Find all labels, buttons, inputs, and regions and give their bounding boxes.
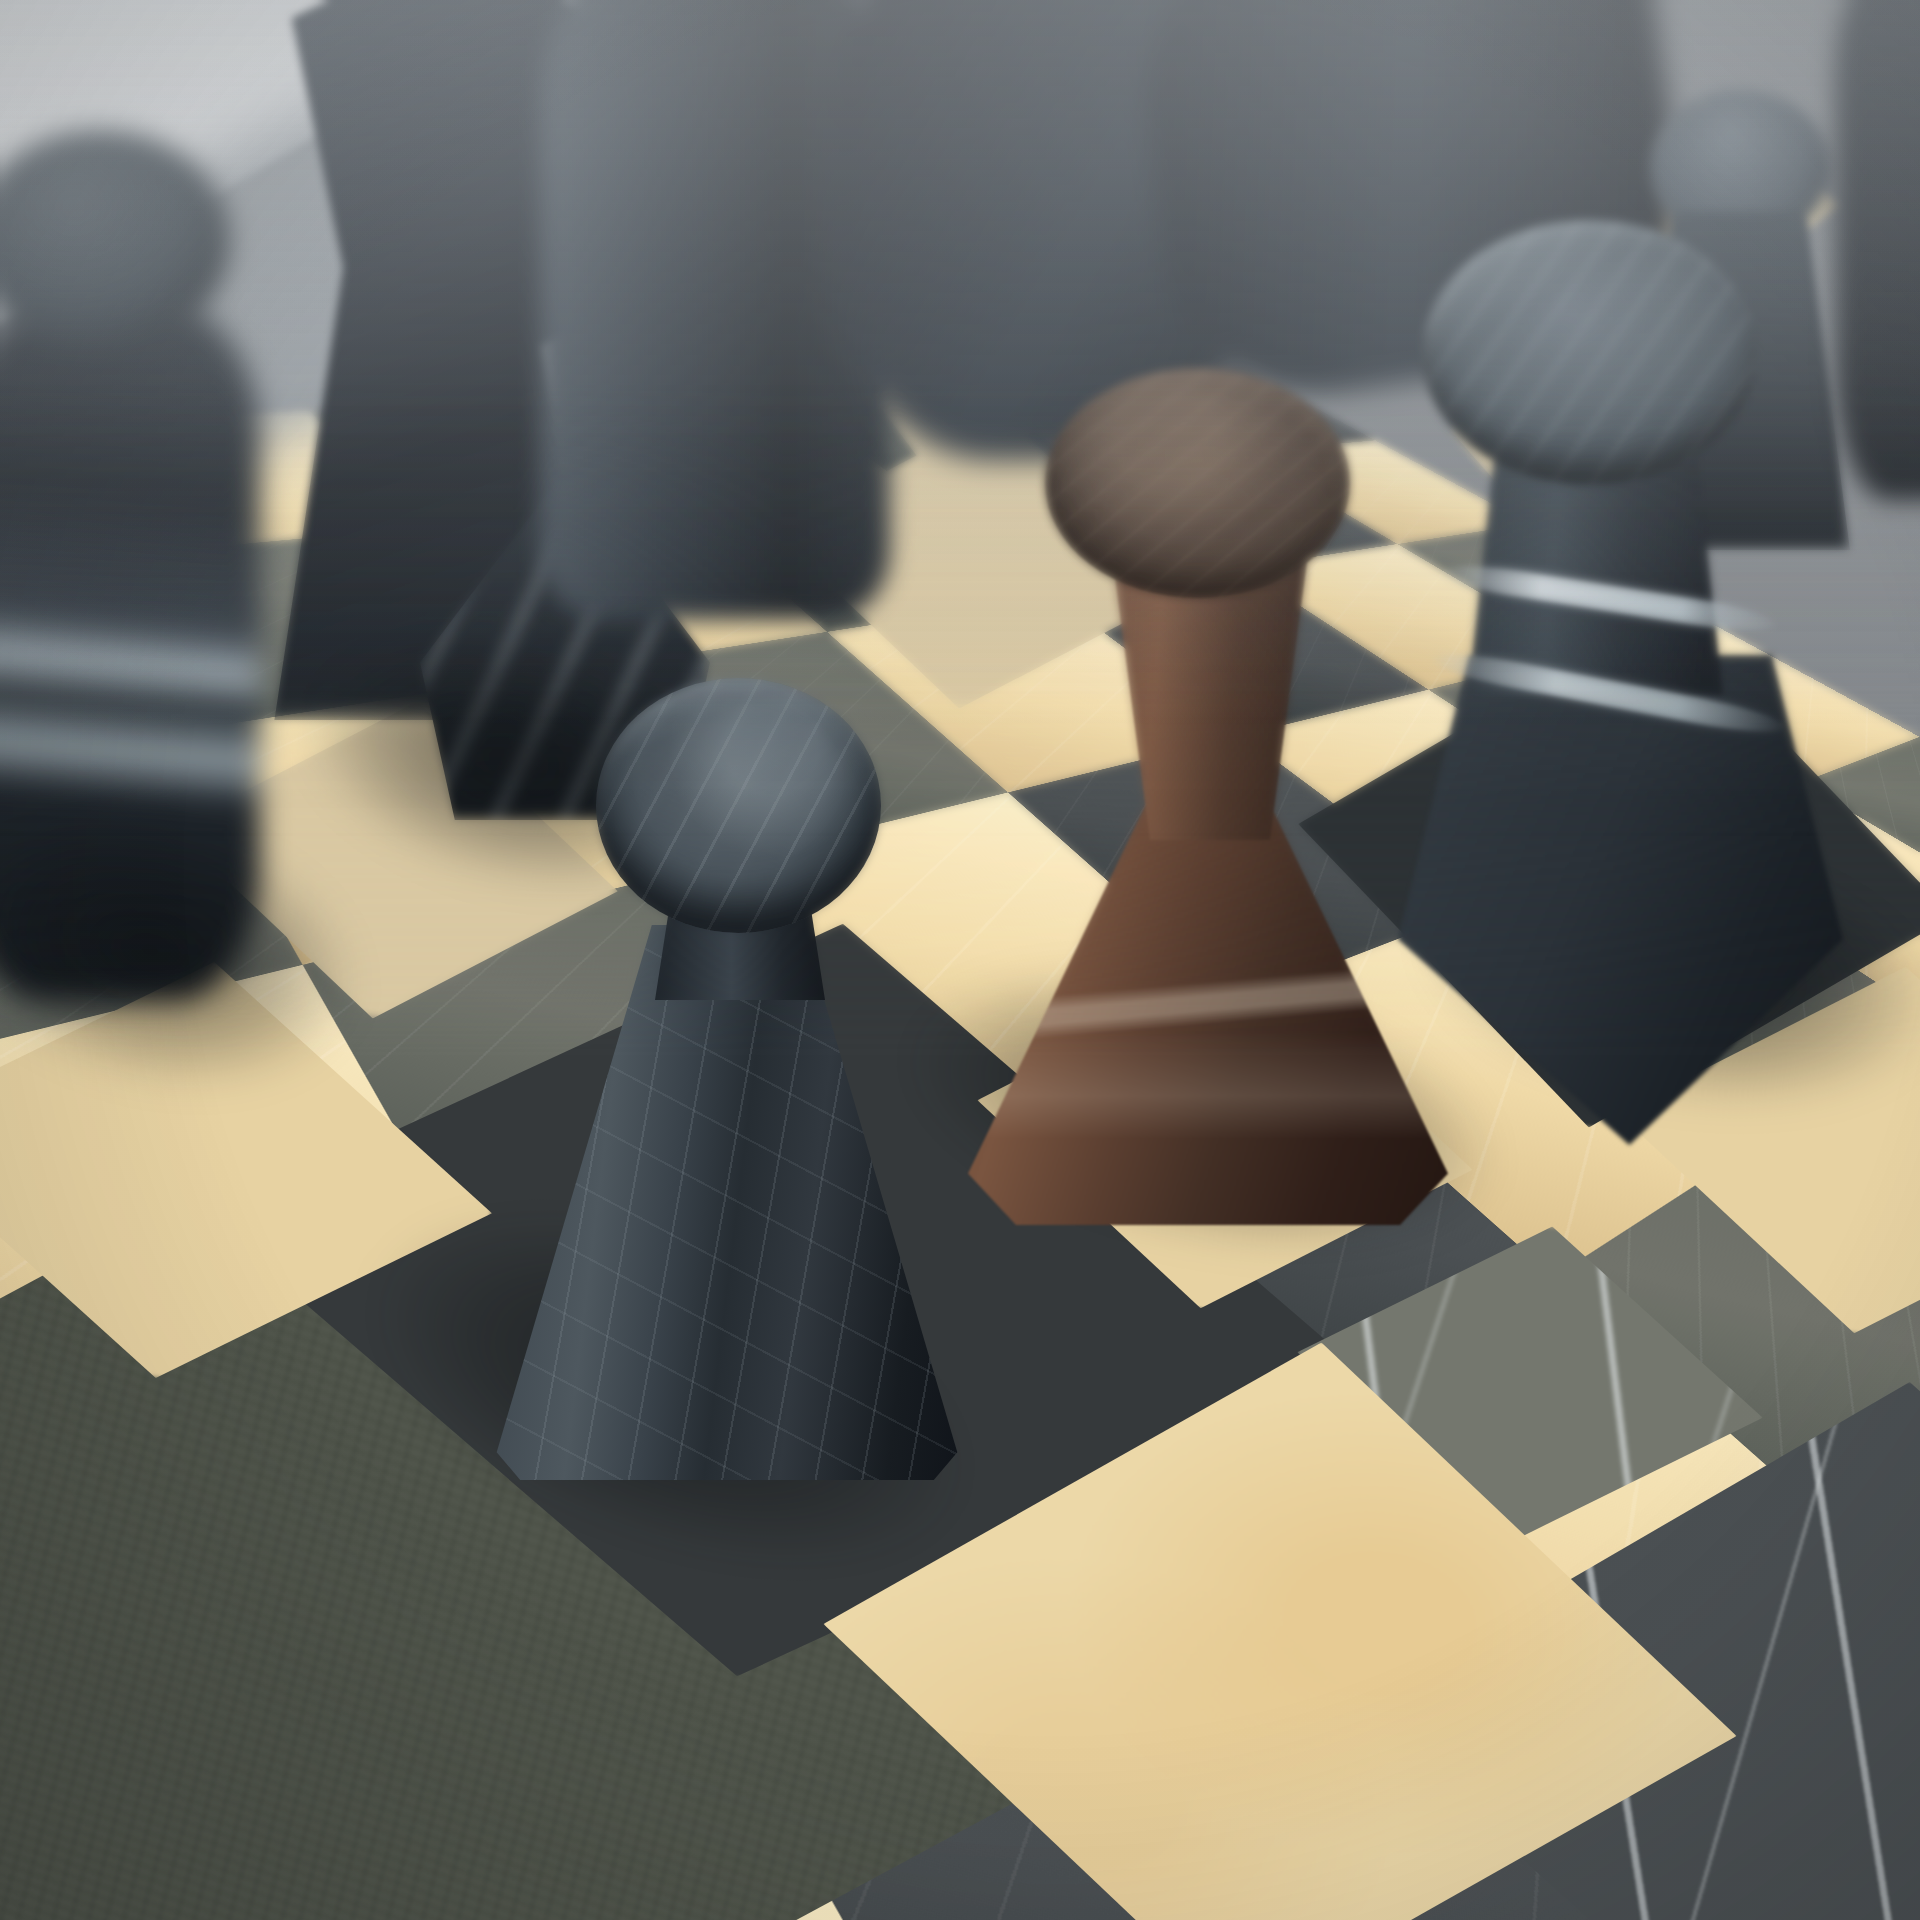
board-square xyxy=(310,399,683,528)
board-square xyxy=(487,1121,1240,1786)
board-square xyxy=(0,965,487,1550)
black-pawn-foreground: ♟ xyxy=(0,0,1920,1920)
board-square xyxy=(171,676,706,965)
board-square xyxy=(1475,839,1920,1133)
black-rook-far-left-body xyxy=(0,300,260,1000)
board-square xyxy=(541,632,1008,866)
shadow-rook-base xyxy=(0,770,386,1130)
black-bishop-back-row xyxy=(540,0,890,620)
board-square xyxy=(683,483,1056,631)
board-square xyxy=(956,374,1242,467)
board-square xyxy=(0,1786,1238,1920)
black-major-pieces-mass-2 xyxy=(1118,0,1703,414)
depth-of-field-haze-soft xyxy=(0,0,1920,1920)
board-square xyxy=(0,1292,767,1920)
board-square xyxy=(1428,652,1801,838)
board-square xyxy=(706,792,1241,1120)
board-square xyxy=(1313,1328,1920,1920)
shadow-brown-pawn xyxy=(880,920,1521,1299)
black-knight-back-row xyxy=(240,0,670,720)
black-pawn-veined: ♟ xyxy=(0,0,1920,1920)
shadow-veined-pawn xyxy=(1401,797,1920,1143)
black-pawn-veined-p-disc-vein xyxy=(1422,220,1757,485)
black-pawn-foreground-p-body-dark xyxy=(492,925,962,1480)
board-square xyxy=(1554,1133,1920,1667)
black-pawn-foreground-p-disc-dark xyxy=(596,678,881,933)
board-square xyxy=(1110,368,1376,452)
board-square xyxy=(1241,909,1776,1277)
black-pawn-far-right-body xyxy=(1630,210,1850,550)
board-square xyxy=(1397,524,1707,653)
shadow-foreground-pawn xyxy=(327,1143,1012,1637)
board-square xyxy=(1240,1277,1920,1920)
background-wall xyxy=(0,0,670,380)
board-square xyxy=(777,381,1087,483)
board-square xyxy=(412,504,827,676)
board-grid xyxy=(0,0,1920,1533)
board-square xyxy=(0,733,303,1104)
board-square xyxy=(1581,621,1920,782)
black-pawn-veined-p-body-vein xyxy=(1468,415,1723,695)
board-square xyxy=(0,0,1920,1920)
board-square xyxy=(827,597,1242,793)
brown-pawn-p-cone-brown xyxy=(1085,540,1335,840)
board-square xyxy=(0,411,412,560)
board-square xyxy=(0,919,521,1421)
board-square xyxy=(1776,1025,1920,1432)
board-square xyxy=(751,382,1209,738)
board-square xyxy=(0,425,73,599)
board-square xyxy=(1801,737,1920,942)
brown-pawn-p-base-brown xyxy=(968,795,1448,1225)
board-square xyxy=(73,528,540,732)
black-major-pieces-mass-1 xyxy=(830,0,1260,460)
piece-shadows xyxy=(0,0,1920,1920)
board-edge-blur xyxy=(0,0,734,566)
board-square xyxy=(303,866,929,1291)
brown-pawn-p-disc-brown xyxy=(1045,368,1350,598)
board-squares-foreground xyxy=(0,0,1920,1920)
board-square xyxy=(953,927,1497,1343)
board-square xyxy=(1713,1667,1920,1920)
board-square xyxy=(0,0,1920,1920)
board-square xyxy=(1657,783,1920,1026)
foreground-pieces: ♟♙♟ xyxy=(0,0,1920,1920)
board-square xyxy=(1008,735,1475,999)
board-square xyxy=(903,467,1242,597)
board-square xyxy=(1242,440,1528,544)
board-square xyxy=(1570,100,1840,310)
black-rook-far-left-top xyxy=(0,130,230,350)
board-square xyxy=(0,559,171,808)
board-square xyxy=(1275,1194,1785,1576)
board-square xyxy=(1087,452,1397,567)
black-pawn-foreground-p-neck-dark xyxy=(655,890,825,1000)
black-piece-edge-right xyxy=(1835,0,1920,500)
black-knight-base-ridges xyxy=(420,470,710,820)
board-square xyxy=(1056,568,1429,735)
board-square xyxy=(875,280,1055,520)
board-square xyxy=(767,1479,1713,1920)
board-square xyxy=(565,389,904,503)
black-pawn-veined-p-vein2 xyxy=(1429,646,1787,740)
brown-pawn: ♙ xyxy=(0,0,1920,1920)
photo-chess-closeup: ♟♙♟ xyxy=(0,0,1920,1920)
board-square xyxy=(1242,544,1581,690)
board-square xyxy=(0,1057,1104,1920)
board-square xyxy=(0,0,1920,1920)
board-square xyxy=(1262,567,1920,1174)
background-pieces xyxy=(0,0,1920,1920)
black-pawn-far-right-top xyxy=(1650,90,1830,245)
board-square xyxy=(928,1000,1554,1480)
black-pawn-veined-p-vein xyxy=(1438,559,1778,638)
shadow-knight-base xyxy=(276,590,744,931)
board-square xyxy=(1242,690,1657,909)
chess-board xyxy=(0,0,1920,1533)
depth-of-field-haze xyxy=(0,0,1920,1920)
board-square xyxy=(1592,930,1920,1370)
board-square xyxy=(153,842,1427,1759)
vignette xyxy=(0,0,1920,1920)
board-square xyxy=(150,670,640,1050)
board-square xyxy=(1450,260,1750,600)
black-pawn-veined-p-base-vein xyxy=(1398,655,1843,1145)
board-square xyxy=(782,1286,1778,1920)
